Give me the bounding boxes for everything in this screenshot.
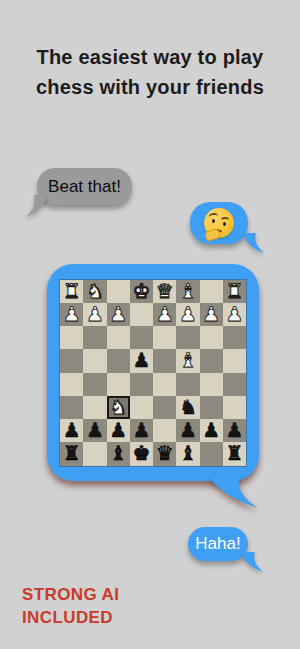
square-b4[interactable] [200,349,223,372]
piece-bP-g7[interactable]: ♟ [86,419,104,442]
square-b1[interactable] [200,280,223,303]
square-d3[interactable] [153,326,176,349]
square-e4[interactable]: ♟ [130,349,153,372]
footer-line-2: INCLUDED [22,606,119,629]
piece-wP-c2[interactable]: ♟ [179,303,197,326]
square-a2[interactable]: ♟ [223,303,246,326]
piece-bB-c8[interactable]: ♝ [179,442,197,465]
outgoing-bubble-tail [238,552,264,574]
piece-bN-c6[interactable]: ♞ [179,396,197,419]
piece-wP-d2[interactable]: ♟ [156,303,174,326]
piece-bQ-d8[interactable]: ♛ [156,442,174,465]
emoji-eye-right [223,222,226,226]
square-e1[interactable]: ♚ [130,280,153,303]
piece-bP-a7[interactable]: ♟ [225,419,243,442]
square-g6[interactable] [83,396,106,419]
square-e2[interactable] [130,303,153,326]
square-f3[interactable] [107,326,130,349]
square-a6[interactable] [223,396,246,419]
chess-board: ♜♞♚♛♝♜♟♟♟♟♟♟♟♟♝♞♞♟♟♟♟♟♟♟♜♝♚♛♝♜ [60,280,246,466]
square-c7[interactable]: ♟ [176,419,199,442]
square-g4[interactable] [83,349,106,372]
square-f8[interactable]: ♝ [107,442,130,465]
piece-bP-e7[interactable]: ♟ [132,419,150,442]
square-b6[interactable] [200,396,223,419]
piece-bP-b7[interactable]: ♟ [202,419,220,442]
square-e3[interactable] [130,326,153,349]
square-g5[interactable] [83,373,106,396]
square-a4[interactable] [223,349,246,372]
square-h5[interactable] [60,373,83,396]
square-h8[interactable]: ♜ [60,442,83,465]
square-c4[interactable]: ♝ [176,349,199,372]
piece-bR-h8[interactable]: ♜ [63,442,81,465]
square-d5[interactable] [153,373,176,396]
emoji-eye-left [212,219,215,223]
square-d8[interactable]: ♛ [153,442,176,465]
piece-wQ-d1[interactable]: ♛ [156,280,174,303]
square-a7[interactable]: ♟ [223,419,246,442]
square-f5[interactable] [107,373,130,396]
square-e6[interactable] [130,396,153,419]
piece-bR-a8[interactable]: ♜ [225,442,243,465]
piece-wB-c1[interactable]: ♝ [179,280,197,303]
square-e5[interactable] [130,373,153,396]
square-c6[interactable]: ♞ [176,396,199,419]
square-c1[interactable]: ♝ [176,280,199,303]
square-f7[interactable]: ♟ [107,419,130,442]
square-f4[interactable] [107,349,130,372]
headline-line-1: The easiest way to play [0,42,300,72]
square-d1[interactable]: ♛ [153,280,176,303]
square-d7[interactable] [153,419,176,442]
piece-wP-f2[interactable]: ♟ [109,303,127,326]
square-f2[interactable]: ♟ [107,303,130,326]
thinking-emoji [204,208,234,238]
square-g3[interactable] [83,326,106,349]
piece-bK-e8[interactable]: ♚ [132,442,150,465]
piece-wP-g2[interactable]: ♟ [86,303,104,326]
square-d6[interactable] [153,396,176,419]
square-h7[interactable]: ♟ [60,419,83,442]
square-h3[interactable] [60,326,83,349]
chess-bubble-tail [200,476,262,510]
piece-wP-b2[interactable]: ♟ [202,303,220,326]
square-b5[interactable] [200,373,223,396]
headline-line-2: chess with your friends [0,72,300,102]
piece-bP-h7[interactable]: ♟ [63,419,81,442]
square-a3[interactable] [223,326,246,349]
square-c8[interactable]: ♝ [176,442,199,465]
footer-line-1: STRONG AI [22,583,119,606]
piece-bB-f8[interactable]: ♝ [109,442,127,465]
outgoing-emoji-bubble-tail [240,233,264,255]
square-a8[interactable]: ♜ [223,442,246,465]
square-h4[interactable] [60,349,83,372]
piece-wK-e1[interactable]: ♚ [132,280,150,303]
piece-wN-g1[interactable]: ♞ [86,280,104,303]
outgoing-message-text: Haha! [195,534,240,554]
square-b7[interactable]: ♟ [200,419,223,442]
incoming-bubble-tail [26,195,54,219]
headline: The easiest way to play chess with your … [0,42,300,102]
square-g2[interactable]: ♟ [83,303,106,326]
piece-wP-h2[interactable]: ♟ [63,303,81,326]
square-b3[interactable] [200,326,223,349]
piece-wR-h1[interactable]: ♜ [63,280,81,303]
square-f1[interactable] [107,280,130,303]
piece-bP-f7[interactable]: ♟ [109,419,127,442]
square-d2[interactable]: ♟ [153,303,176,326]
square-c3[interactable] [176,326,199,349]
square-h1[interactable]: ♜ [60,280,83,303]
piece-wR-a1[interactable]: ♜ [225,280,243,303]
square-e8[interactable]: ♚ [130,442,153,465]
square-f6[interactable]: ♞ [107,396,130,419]
square-c2[interactable]: ♟ [176,303,199,326]
square-g8[interactable] [83,442,106,465]
square-h2[interactable]: ♟ [60,303,83,326]
square-g7[interactable]: ♟ [83,419,106,442]
square-c5[interactable] [176,373,199,396]
square-d4[interactable] [153,349,176,372]
incoming-message-text: Beat that! [48,177,121,197]
footer-tagline: STRONG AI INCLUDED [22,583,119,629]
square-b8[interactable] [200,442,223,465]
square-e7[interactable]: ♟ [130,419,153,442]
piece-wB-c4[interactable]: ♝ [179,349,197,372]
square-a1[interactable]: ♜ [223,280,246,303]
square-b2[interactable]: ♟ [200,303,223,326]
piece-wN-f6[interactable]: ♞ [109,396,127,419]
app-store-screenshot: The easiest way to play chess with your … [0,0,300,649]
piece-wP-a2[interactable]: ♟ [225,303,243,326]
piece-bP-c7[interactable]: ♟ [179,419,197,442]
square-g1[interactable]: ♞ [83,280,106,303]
square-a5[interactable] [223,373,246,396]
piece-bP-e4[interactable]: ♟ [132,349,150,372]
square-h6[interactable] [60,396,83,419]
chess-message-bubble: ♜♞♚♛♝♜♟♟♟♟♟♟♟♟♝♞♞♟♟♟♟♟♟♟♜♝♚♛♝♜ [47,264,259,481]
